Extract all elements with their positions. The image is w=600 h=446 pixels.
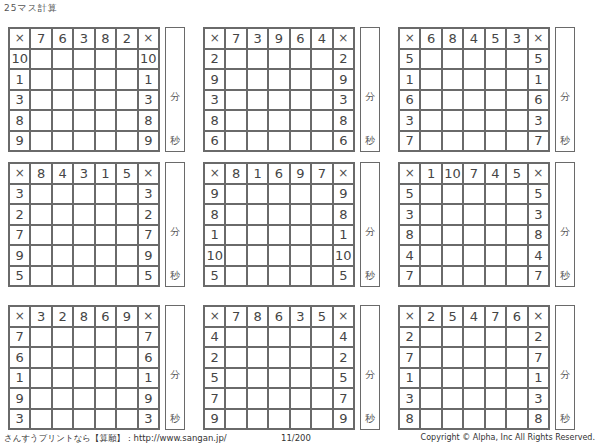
answer-cell[interactable] <box>116 69 137 90</box>
left-header-cell: 4 <box>204 327 225 348</box>
answer-cell[interactable] <box>116 388 137 409</box>
answer-cell[interactable] <box>485 368 506 389</box>
answer-cell[interactable] <box>311 204 332 225</box>
answer-cell[interactable] <box>116 266 137 287</box>
answer-cell[interactable] <box>420 184 441 205</box>
answer-cell[interactable] <box>463 90 484 111</box>
answer-cell[interactable] <box>442 110 463 131</box>
left-header-cell: 3 <box>9 90 30 111</box>
answer-cell[interactable] <box>30 368 51 389</box>
answer-cell[interactable] <box>268 409 289 430</box>
answer-cell[interactable] <box>268 327 289 348</box>
answer-cell[interactable] <box>311 368 332 389</box>
time-record-box-9[interactable]: 分秒 <box>555 305 575 430</box>
answer-cell[interactable] <box>485 131 506 152</box>
answer-cell[interactable] <box>290 245 311 266</box>
answer-cell[interactable] <box>225 204 246 225</box>
answer-cell[interactable] <box>442 368 463 389</box>
answer-cell[interactable] <box>116 184 137 205</box>
answer-cell[interactable] <box>268 69 289 90</box>
answer-cell[interactable] <box>463 409 484 430</box>
answer-cell[interactable] <box>420 409 441 430</box>
answer-cell[interactable] <box>290 266 311 287</box>
answer-cell[interactable] <box>463 131 484 152</box>
answer-cell[interactable] <box>485 204 506 225</box>
time-record-box-1[interactable]: 分秒 <box>165 27 185 152</box>
answer-cell[interactable] <box>420 49 441 70</box>
answer-cell[interactable] <box>225 347 246 368</box>
answer-cell[interactable] <box>225 110 246 131</box>
answer-cell[interactable] <box>311 49 332 70</box>
answer-cell[interactable] <box>30 69 51 90</box>
answer-cell[interactable] <box>95 327 116 348</box>
answer-cell[interactable] <box>290 49 311 70</box>
answer-cell[interactable] <box>506 409 527 430</box>
answer-cell[interactable] <box>420 266 441 287</box>
right-header-cell: 10 <box>138 49 159 70</box>
answer-cell[interactable] <box>73 49 94 70</box>
answer-cell[interactable] <box>73 388 94 409</box>
answer-cell[interactable] <box>442 225 463 246</box>
answer-cell[interactable] <box>268 131 289 152</box>
answer-cell[interactable] <box>290 368 311 389</box>
answer-cell[interactable] <box>485 184 506 205</box>
right-header-cell: 3 <box>138 409 159 430</box>
answer-cell[interactable] <box>485 69 506 90</box>
footer-copyright: Copyright © Alpha, Inc All Rights Reserv… <box>421 433 595 442</box>
answer-cell[interactable] <box>247 131 268 152</box>
answer-cell[interactable] <box>116 225 137 246</box>
answer-cell[interactable] <box>463 327 484 348</box>
answer-cell[interactable] <box>485 347 506 368</box>
answer-cell[interactable] <box>290 225 311 246</box>
answer-cell[interactable] <box>463 204 484 225</box>
time-record-box-4[interactable]: 分秒 <box>165 162 185 287</box>
answer-cell[interactable] <box>247 368 268 389</box>
operator-cell: × <box>9 28 30 49</box>
answer-cell[interactable] <box>485 49 506 70</box>
multiplication-grid-4: ×84315×3322779955 <box>8 162 160 287</box>
answer-cell[interactable] <box>95 388 116 409</box>
answer-cell[interactable] <box>52 327 73 348</box>
answer-cell[interactable] <box>73 245 94 266</box>
answer-cell[interactable] <box>52 110 73 131</box>
answer-cell[interactable] <box>268 347 289 368</box>
answer-cell[interactable] <box>311 327 332 348</box>
right-header-cell: 2 <box>138 204 159 225</box>
answer-cell[interactable] <box>290 204 311 225</box>
answer-cell[interactable] <box>225 368 246 389</box>
answer-cell[interactable] <box>73 347 94 368</box>
answer-cell[interactable] <box>506 327 527 348</box>
seconds-label: 秒 <box>170 136 180 146</box>
answer-cell[interactable] <box>73 204 94 225</box>
answer-cell[interactable] <box>116 204 137 225</box>
answer-cell[interactable] <box>52 368 73 389</box>
answer-cell[interactable] <box>420 90 441 111</box>
answer-cell[interactable] <box>52 266 73 287</box>
answer-cell[interactable] <box>311 110 332 131</box>
answer-cell[interactable] <box>52 225 73 246</box>
time-record-box-7[interactable]: 分秒 <box>165 305 185 430</box>
answer-cell[interactable] <box>116 327 137 348</box>
answer-cell[interactable] <box>290 90 311 111</box>
answer-cell[interactable] <box>247 266 268 287</box>
answer-cell[interactable] <box>247 225 268 246</box>
answer-cell[interactable] <box>420 204 441 225</box>
answer-cell[interactable] <box>485 388 506 409</box>
answer-cell[interactable] <box>52 49 73 70</box>
answer-cell[interactable] <box>73 266 94 287</box>
answer-cell[interactable] <box>268 368 289 389</box>
answer-cell[interactable] <box>73 327 94 348</box>
answer-cell[interactable] <box>52 90 73 111</box>
time-record-box-3[interactable]: 分秒 <box>555 27 575 152</box>
answer-cell[interactable] <box>442 204 463 225</box>
answer-cell[interactable] <box>30 184 51 205</box>
left-header-cell: 10 <box>204 245 225 266</box>
top-header-cell: 4 <box>311 28 332 49</box>
answer-cell[interactable] <box>290 347 311 368</box>
answer-cell[interactable] <box>247 69 268 90</box>
answer-cell[interactable] <box>268 204 289 225</box>
answer-cell[interactable] <box>442 69 463 90</box>
answer-cell[interactable] <box>485 327 506 348</box>
answer-cell[interactable] <box>506 368 527 389</box>
answer-cell[interactable] <box>442 184 463 205</box>
answer-cell[interactable] <box>420 368 441 389</box>
answer-cell[interactable] <box>52 347 73 368</box>
operator-cell: × <box>138 28 159 49</box>
answer-cell[interactable] <box>30 388 51 409</box>
answer-cell[interactable] <box>95 347 116 368</box>
top-header-cell: 2 <box>52 306 73 327</box>
left-header-cell: 1 <box>399 368 420 389</box>
right-header-cell: 7 <box>333 388 354 409</box>
answer-cell[interactable] <box>442 388 463 409</box>
top-header-cell: 1 <box>95 163 116 184</box>
answer-cell[interactable] <box>420 245 441 266</box>
answer-cell[interactable] <box>290 409 311 430</box>
answer-cell[interactable] <box>52 388 73 409</box>
top-header-cell: 6 <box>268 306 289 327</box>
answer-cell[interactable] <box>30 409 51 430</box>
left-header-cell: 2 <box>9 204 30 225</box>
right-header-cell: 5 <box>138 266 159 287</box>
answer-cell[interactable] <box>52 409 73 430</box>
left-header-cell: 10 <box>9 49 30 70</box>
answer-cell[interactable] <box>311 69 332 90</box>
answer-cell[interactable] <box>247 90 268 111</box>
top-header-cell: 5 <box>116 163 137 184</box>
answer-cell[interactable] <box>247 327 268 348</box>
answer-cell[interactable] <box>73 90 94 111</box>
time-record-box-2[interactable]: 分秒 <box>360 27 380 152</box>
answer-cell[interactable] <box>485 225 506 246</box>
right-header-cell: 8 <box>333 204 354 225</box>
answer-cell[interactable] <box>225 90 246 111</box>
left-header-cell: 6 <box>9 347 30 368</box>
left-header-cell: 6 <box>204 131 225 152</box>
answer-cell[interactable] <box>506 184 527 205</box>
grid-block-3: ×68453×5511663377分秒 <box>398 27 575 152</box>
answer-cell[interactable] <box>30 347 51 368</box>
answer-cell[interactable] <box>95 131 116 152</box>
answer-cell[interactable] <box>311 388 332 409</box>
answer-cell[interactable] <box>442 327 463 348</box>
answer-cell[interactable] <box>30 49 51 70</box>
answer-cell[interactable] <box>95 266 116 287</box>
top-header-cell: 8 <box>30 163 51 184</box>
answer-cell[interactable] <box>247 184 268 205</box>
top-header-cell: 3 <box>247 28 268 49</box>
answer-cell[interactable] <box>52 184 73 205</box>
answer-cell[interactable] <box>95 409 116 430</box>
top-header-cell: 7 <box>485 306 506 327</box>
top-header-cell: 2 <box>420 306 441 327</box>
answer-cell[interactable] <box>506 388 527 409</box>
minutes-label: 分 <box>170 227 180 237</box>
answer-cell[interactable] <box>116 90 137 111</box>
answer-cell[interactable] <box>290 131 311 152</box>
answer-cell[interactable] <box>73 69 94 90</box>
answer-cell[interactable] <box>95 225 116 246</box>
time-record-box-5[interactable]: 分秒 <box>360 162 380 287</box>
answer-cell[interactable] <box>463 110 484 131</box>
answer-cell[interactable] <box>52 131 73 152</box>
operator-cell: × <box>399 163 420 184</box>
answer-cell[interactable] <box>506 69 527 90</box>
answer-cell[interactable] <box>73 110 94 131</box>
right-header-cell: 6 <box>333 131 354 152</box>
answer-cell[interactable] <box>268 90 289 111</box>
left-header-cell: 6 <box>399 90 420 111</box>
answer-cell[interactable] <box>268 245 289 266</box>
left-header-cell: 5 <box>204 368 225 389</box>
answer-cell[interactable] <box>116 49 137 70</box>
answer-cell[interactable] <box>420 69 441 90</box>
minutes-label: 分 <box>365 92 375 102</box>
answer-cell[interactable] <box>95 245 116 266</box>
answer-cell[interactable] <box>73 409 94 430</box>
answer-cell[interactable] <box>311 266 332 287</box>
right-header-cell: 9 <box>333 184 354 205</box>
footer-page-number: 11/200 <box>281 433 311 443</box>
answer-cell[interactable] <box>30 225 51 246</box>
answer-cell[interactable] <box>311 409 332 430</box>
right-header-cell: 9 <box>138 245 159 266</box>
answer-cell[interactable] <box>442 266 463 287</box>
left-header-cell: 7 <box>9 225 30 246</box>
answer-cell[interactable] <box>268 49 289 70</box>
answer-cell[interactable] <box>311 184 332 205</box>
answer-cell[interactable] <box>485 266 506 287</box>
answer-cell[interactable] <box>116 409 137 430</box>
top-header-cell: 5 <box>442 306 463 327</box>
answer-cell[interactable] <box>506 131 527 152</box>
answer-cell[interactable] <box>225 184 246 205</box>
answer-cell[interactable] <box>290 388 311 409</box>
answer-cell[interactable] <box>442 245 463 266</box>
answer-cell[interactable] <box>95 368 116 389</box>
answer-cell[interactable] <box>485 90 506 111</box>
right-header-cell: 4 <box>333 327 354 348</box>
right-header-cell: 1 <box>333 225 354 246</box>
answer-cell[interactable] <box>30 204 51 225</box>
multiplication-grid-7: ×32869×7766119933 <box>8 305 160 430</box>
left-header-cell: 5 <box>399 184 420 205</box>
answer-cell[interactable] <box>225 266 246 287</box>
top-header-cell: 3 <box>290 306 311 327</box>
answer-cell[interactable] <box>442 131 463 152</box>
answer-cell[interactable] <box>311 245 332 266</box>
answer-cell[interactable] <box>506 110 527 131</box>
answer-cell[interactable] <box>442 409 463 430</box>
answer-cell[interactable] <box>463 388 484 409</box>
answer-cell[interactable] <box>116 110 137 131</box>
answer-cell[interactable] <box>463 69 484 90</box>
answer-cell[interactable] <box>52 245 73 266</box>
answer-cell[interactable] <box>225 327 246 348</box>
grid-block-6: ×110745×5533884477分秒 <box>398 162 575 287</box>
answer-cell[interactable] <box>420 110 441 131</box>
answer-cell[interactable] <box>95 184 116 205</box>
answer-cell[interactable] <box>311 225 332 246</box>
answer-cell[interactable] <box>73 368 94 389</box>
answer-cell[interactable] <box>506 90 527 111</box>
answer-cell[interactable] <box>247 409 268 430</box>
answer-cell[interactable] <box>247 245 268 266</box>
seconds-label: 秒 <box>170 271 180 281</box>
answer-cell[interactable] <box>311 347 332 368</box>
right-header-cell: 9 <box>333 69 354 90</box>
answer-cell[interactable] <box>95 69 116 90</box>
answer-cell[interactable] <box>52 69 73 90</box>
seconds-label: 秒 <box>560 136 570 146</box>
answer-cell[interactable] <box>225 69 246 90</box>
answer-cell[interactable] <box>485 409 506 430</box>
answer-cell[interactable] <box>95 204 116 225</box>
answer-cell[interactable] <box>225 225 246 246</box>
answer-cell[interactable] <box>95 90 116 111</box>
minutes-label: 分 <box>365 370 375 380</box>
answer-cell[interactable] <box>95 49 116 70</box>
answer-cell[interactable] <box>506 347 527 368</box>
answer-cell[interactable] <box>30 131 51 152</box>
answer-cell[interactable] <box>30 110 51 131</box>
answer-cell[interactable] <box>247 388 268 409</box>
answer-cell[interactable] <box>268 266 289 287</box>
answer-cell[interactable] <box>247 49 268 70</box>
answer-cell[interactable] <box>247 110 268 131</box>
answer-cell[interactable] <box>290 327 311 348</box>
top-header-cell: 4 <box>485 163 506 184</box>
minutes-label: 分 <box>560 370 570 380</box>
answer-cell[interactable] <box>442 49 463 70</box>
answer-cell[interactable] <box>506 225 527 246</box>
time-record-box-6[interactable]: 分秒 <box>555 162 575 287</box>
answer-cell[interactable] <box>506 266 527 287</box>
minutes-label: 分 <box>365 227 375 237</box>
answer-cell[interactable] <box>116 131 137 152</box>
answer-cell[interactable] <box>485 245 506 266</box>
answer-cell[interactable] <box>506 245 527 266</box>
answer-cell[interactable] <box>506 204 527 225</box>
answer-cell[interactable] <box>73 225 94 246</box>
answer-cell[interactable] <box>247 204 268 225</box>
answer-cell[interactable] <box>442 90 463 111</box>
left-header-cell: 2 <box>399 327 420 348</box>
top-header-cell: 6 <box>268 163 289 184</box>
answer-cell[interactable] <box>463 245 484 266</box>
answer-cell[interactable] <box>506 49 527 70</box>
answer-cell[interactable] <box>290 110 311 131</box>
answer-cell[interactable] <box>290 69 311 90</box>
answer-cell[interactable] <box>116 347 137 368</box>
answer-cell[interactable] <box>420 347 441 368</box>
answer-cell[interactable] <box>485 110 506 131</box>
answer-cell[interactable] <box>268 110 289 131</box>
answer-cell[interactable] <box>442 347 463 368</box>
answer-cell[interactable] <box>268 184 289 205</box>
answer-cell[interactable] <box>420 327 441 348</box>
answer-cell[interactable] <box>311 90 332 111</box>
answer-cell[interactable] <box>463 266 484 287</box>
answer-cell[interactable] <box>225 409 246 430</box>
time-record-box-8[interactable]: 分秒 <box>360 305 380 430</box>
answer-cell[interactable] <box>225 388 246 409</box>
answer-cell[interactable] <box>420 388 441 409</box>
answer-cell[interactable] <box>247 347 268 368</box>
answer-cell[interactable] <box>420 225 441 246</box>
answer-cell[interactable] <box>116 245 137 266</box>
answer-cell[interactable] <box>268 225 289 246</box>
answer-cell[interactable] <box>420 131 441 152</box>
answer-cell[interactable] <box>52 204 73 225</box>
left-header-cell: 9 <box>204 69 225 90</box>
answer-cell[interactable] <box>268 388 289 409</box>
top-header-cell: 5 <box>485 28 506 49</box>
answer-cell[interactable] <box>116 368 137 389</box>
answer-cell[interactable] <box>225 49 246 70</box>
answer-cell[interactable] <box>73 131 94 152</box>
answer-cell[interactable] <box>463 368 484 389</box>
answer-cell[interactable] <box>73 184 94 205</box>
answer-cell[interactable] <box>225 131 246 152</box>
left-header-cell: 3 <box>399 110 420 131</box>
grid-block-1: ×76382×101011338899分秒 <box>8 27 185 152</box>
right-header-cell: 5 <box>528 49 549 70</box>
worksheet-page: 25マス計算 ×76382×101011338899分秒×73964×22993… <box>0 0 600 446</box>
answer-cell[interactable] <box>463 49 484 70</box>
answer-cell[interactable] <box>30 245 51 266</box>
top-header-cell: 7 <box>30 28 51 49</box>
answer-cell[interactable] <box>290 184 311 205</box>
answer-cell[interactable] <box>463 347 484 368</box>
answer-cell[interactable] <box>225 245 246 266</box>
answer-cell[interactable] <box>463 225 484 246</box>
answer-cell[interactable] <box>30 327 51 348</box>
minutes-label: 分 <box>170 370 180 380</box>
left-header-cell: 1 <box>204 225 225 246</box>
answer-cell[interactable] <box>95 110 116 131</box>
answer-cell[interactable] <box>311 131 332 152</box>
answer-cell[interactable] <box>30 266 51 287</box>
seconds-label: 秒 <box>365 136 375 146</box>
answer-cell[interactable] <box>30 90 51 111</box>
top-header-cell: 2 <box>116 28 137 49</box>
answer-cell[interactable] <box>463 184 484 205</box>
